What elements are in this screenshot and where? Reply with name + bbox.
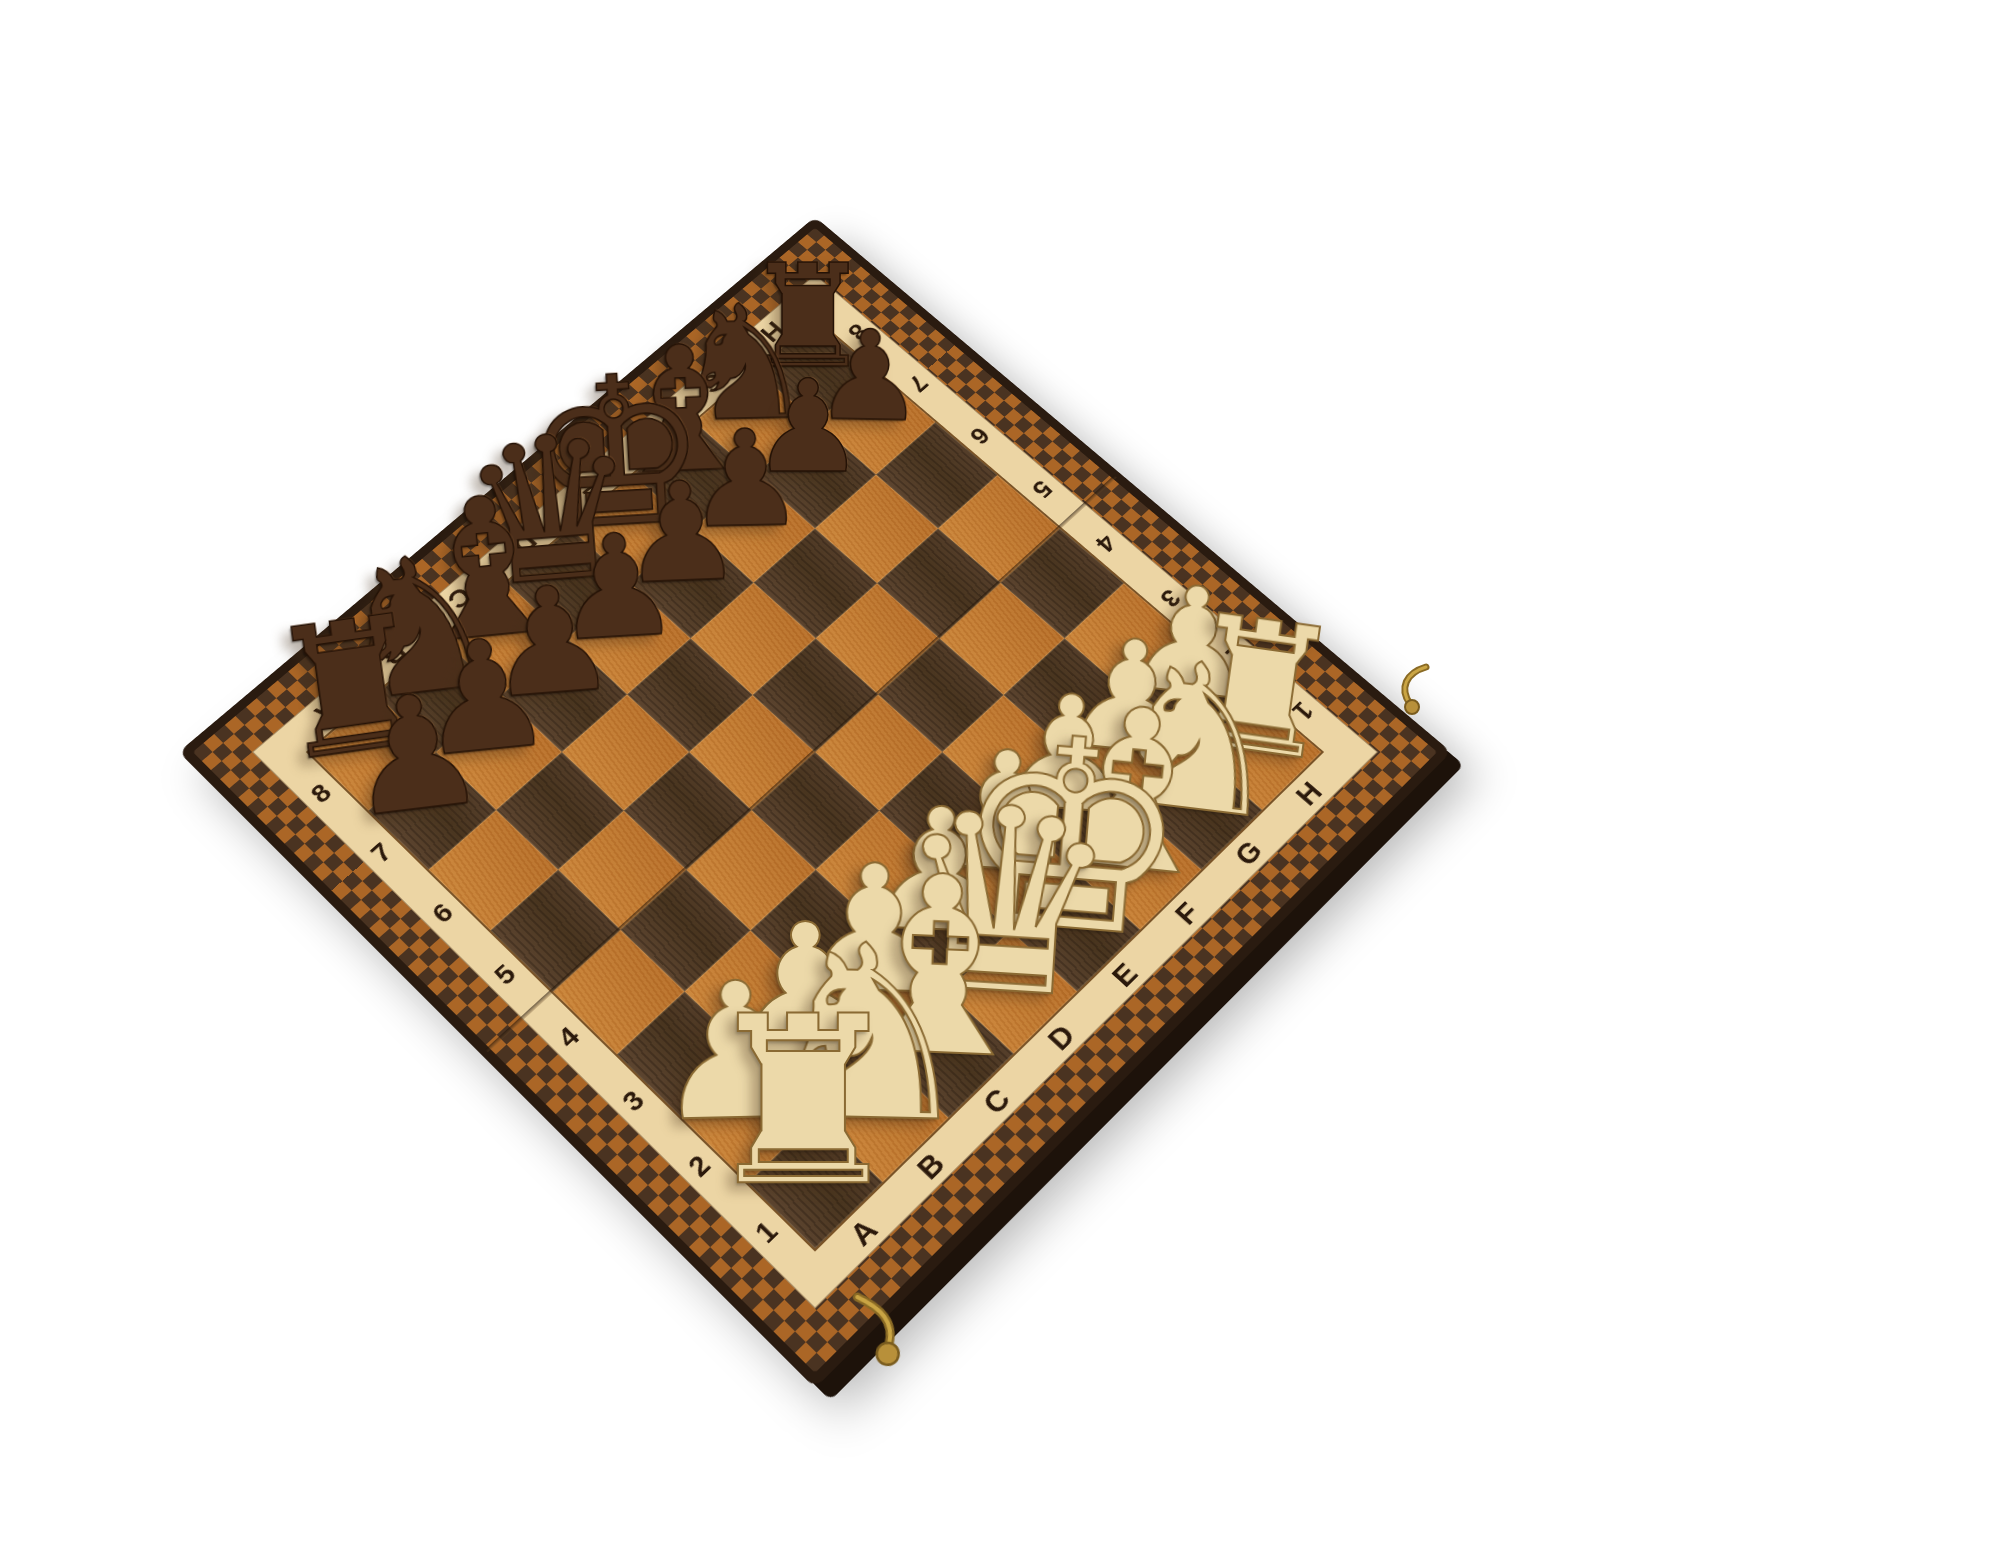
piece-black-pawn-a7[interactable]: ♟ [336, 668, 495, 841]
pieces-layer: ♜♞♝♛♚♝♞♜♟♟♟♟♟♟♟♟♟♟♟♟♟♟♟♟♜♞♝♛♚♝♞♜ [0, 0, 2000, 1558]
piece-white-rook-a1[interactable]: ♜ [699, 986, 907, 1218]
chess-set-photo: ABCDEFGH ABCDEFGH 87654321 87654321 ♜♞♝♛… [0, 0, 2000, 1558]
